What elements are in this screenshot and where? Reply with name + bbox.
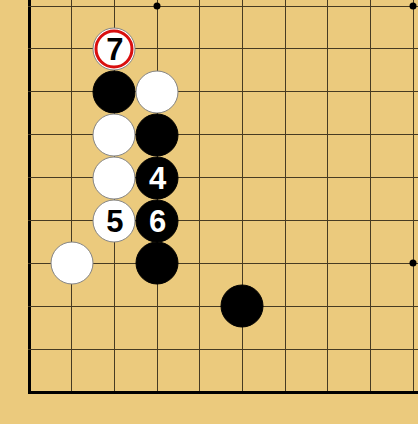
stone-move-number: 7 — [106, 33, 122, 64]
stone-F3[interactable] — [221, 285, 264, 328]
stone-D5[interactable]: 6 — [136, 199, 179, 242]
grid-line-horizontal — [28, 6, 418, 7]
board-left-edge-line — [28, 0, 31, 394]
grid-line-vertical — [199, 0, 200, 394]
board-bottom-edge-line — [28, 391, 418, 394]
stone-C6[interactable] — [93, 156, 136, 199]
stone-move-number: 5 — [106, 205, 122, 236]
grid-line-horizontal — [28, 177, 418, 178]
stone-C7[interactable] — [93, 113, 136, 156]
grid-line-vertical — [285, 0, 286, 394]
grid-line-horizontal — [28, 349, 418, 350]
grid-line-vertical — [413, 0, 414, 394]
stone-D6[interactable]: 4 — [136, 156, 179, 199]
grid-line-horizontal — [28, 48, 418, 49]
stone-C5[interactable]: 5 — [93, 199, 136, 242]
star-point-K10 — [410, 3, 417, 10]
go-board[interactable]: 7456 — [0, 0, 418, 424]
stone-D7[interactable] — [136, 113, 179, 156]
star-point-K4 — [410, 260, 417, 267]
stone-C9[interactable]: 7 — [93, 27, 136, 70]
stone-B4[interactable] — [50, 242, 93, 285]
grid-line-vertical — [370, 0, 371, 394]
go-diagram: 7456 — [0, 0, 418, 424]
stone-move-number: 6 — [149, 205, 165, 236]
stone-move-number: 4 — [149, 162, 165, 193]
grid-line-vertical — [71, 0, 72, 394]
stone-D4[interactable] — [136, 242, 179, 285]
grid-line-horizontal — [28, 220, 418, 221]
grid-line-horizontal — [28, 134, 418, 135]
star-point-D10 — [154, 3, 161, 10]
stone-C8[interactable] — [93, 70, 136, 113]
stone-D8[interactable] — [136, 70, 179, 113]
grid-line-vertical — [242, 0, 243, 394]
grid-line-vertical — [327, 0, 328, 394]
grid-line-horizontal — [28, 91, 418, 92]
